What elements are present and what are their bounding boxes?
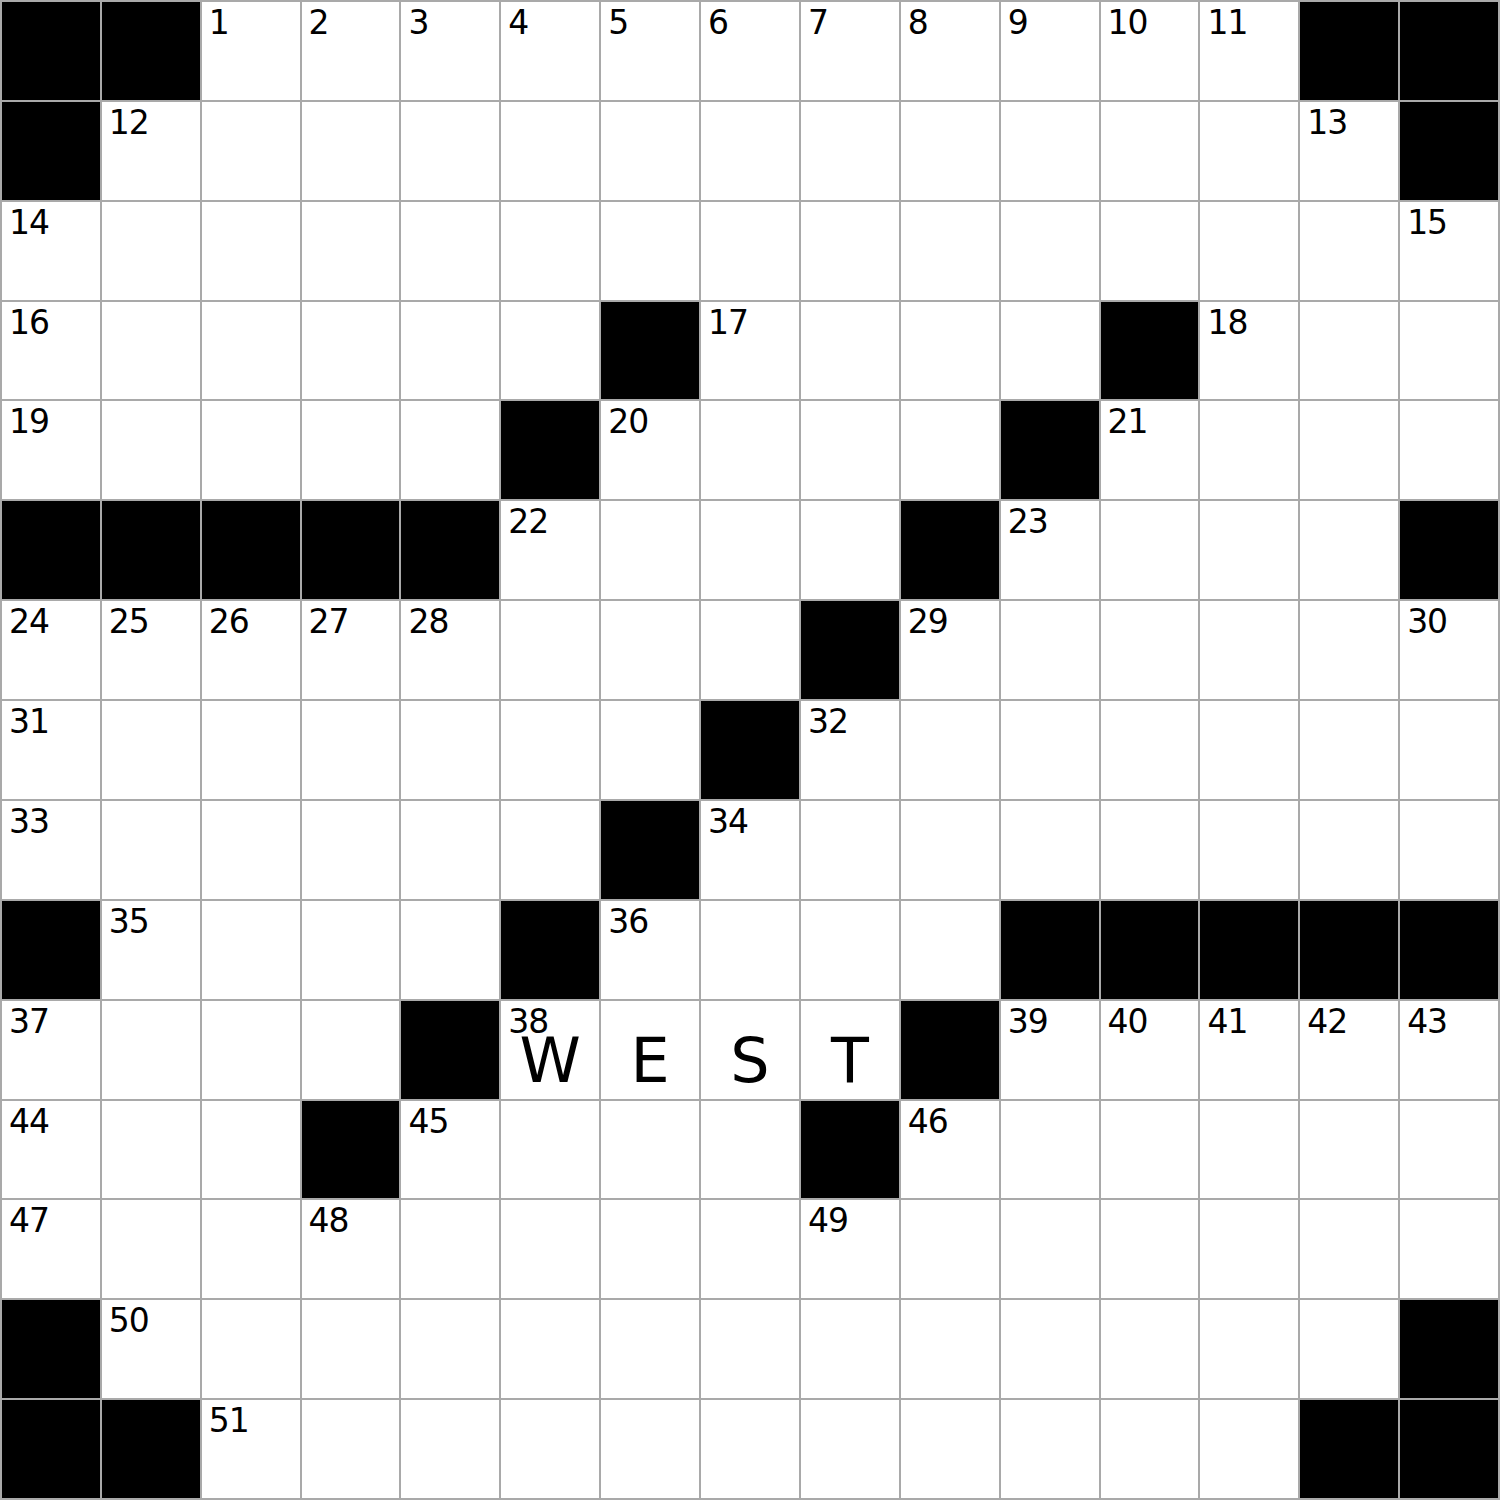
grid-cell-r3c5[interactable] xyxy=(501,302,599,400)
grid-cell-r9c6[interactable]: 36 xyxy=(601,901,699,999)
grid-cell-r13c8[interactable] xyxy=(801,1300,899,1398)
grid-cell-r5c6[interactable] xyxy=(601,501,699,599)
cell-letter: T xyxy=(801,1023,899,1099)
grid-cell-r9c3[interactable] xyxy=(302,901,400,999)
clue-number: 40 xyxy=(1108,1005,1148,1040)
grid-cell-r3c7[interactable]: 17 xyxy=(701,302,799,400)
grid-cell-r6c3[interactable]: 27 xyxy=(302,601,400,699)
grid-cell-r5c7[interactable] xyxy=(701,501,799,599)
clue-number: 43 xyxy=(1407,1005,1447,1040)
clue-number: 31 xyxy=(9,705,49,740)
grid-cell-r0c6[interactable]: 5 xyxy=(601,2,699,100)
black-cell-r9c14 xyxy=(1400,901,1498,999)
grid-cell-r14c12[interactable] xyxy=(1200,1400,1298,1498)
grid-cell-r0c2[interactable]: 1 xyxy=(202,2,300,100)
black-cell-r14c0 xyxy=(2,1400,100,1498)
black-cell-r10c4 xyxy=(401,1001,499,1099)
grid-cell-r3c3[interactable] xyxy=(302,302,400,400)
grid-cell-r13c9[interactable] xyxy=(901,1300,999,1398)
grid-cell-r5c5[interactable]: 22 xyxy=(501,501,599,599)
black-cell-r9c13 xyxy=(1300,901,1398,999)
grid-cell-r8c7[interactable]: 34 xyxy=(701,801,799,899)
clue-number: 51 xyxy=(209,1404,249,1439)
black-cell-r5c1 xyxy=(102,501,200,599)
grid-cell-r2c12[interactable] xyxy=(1200,202,1298,300)
clue-number: 5 xyxy=(608,6,628,41)
clue-number: 28 xyxy=(408,605,448,640)
grid-cell-r10c7[interactable]: S xyxy=(701,1001,799,1099)
grid-cell-r6c12[interactable] xyxy=(1200,601,1298,699)
grid-cell-r3c12[interactable]: 18 xyxy=(1200,302,1298,400)
grid-cell-r7c12[interactable] xyxy=(1200,701,1298,799)
grid-cell-r10c5[interactable]: 38W xyxy=(501,1001,599,1099)
clue-number: 46 xyxy=(908,1105,948,1140)
grid-cell-r8c2[interactable] xyxy=(202,801,300,899)
grid-cell-r7c5[interactable] xyxy=(501,701,599,799)
grid-cell-r10c0[interactable]: 37 xyxy=(2,1001,100,1099)
grid-cell-r13c4[interactable] xyxy=(401,1300,499,1398)
black-cell-r9c12 xyxy=(1200,901,1298,999)
grid-cell-r11c12[interactable] xyxy=(1200,1101,1298,1199)
grid-cell-r4c14[interactable] xyxy=(1400,401,1498,499)
grid-cell-r11c5[interactable] xyxy=(501,1101,599,1199)
grid-cell-r6c4[interactable]: 28 xyxy=(401,601,499,699)
black-cell-r11c3 xyxy=(302,1101,400,1199)
clue-number: 50 xyxy=(109,1304,149,1339)
grid-cell-r12c1[interactable] xyxy=(102,1200,200,1298)
clue-number: 29 xyxy=(908,605,948,640)
clue-number: 44 xyxy=(9,1105,49,1140)
grid-cell-r2c14[interactable]: 15 xyxy=(1400,202,1498,300)
clue-number: 34 xyxy=(708,805,748,840)
grid-cell-r14c4[interactable] xyxy=(401,1400,499,1498)
grid-cell-r8c9[interactable] xyxy=(901,801,999,899)
grid-cell-r12c8[interactable]: 49 xyxy=(801,1200,899,1298)
grid-cell-r0c7[interactable]: 6 xyxy=(701,2,799,100)
clue-number: 25 xyxy=(109,605,149,640)
black-cell-r9c11 xyxy=(1101,901,1199,999)
grid-cell-r13c7[interactable] xyxy=(701,1300,799,1398)
grid-cell-r6c14[interactable]: 30 xyxy=(1400,601,1498,699)
clue-number: 41 xyxy=(1207,1005,1247,1040)
black-cell-r9c5 xyxy=(501,901,599,999)
grid-cell-r14c10[interactable] xyxy=(1001,1400,1099,1498)
grid-cell-r12c3[interactable]: 48 xyxy=(302,1200,400,1298)
grid-cell-r11c13[interactable] xyxy=(1300,1101,1398,1199)
grid-cell-r8c8[interactable] xyxy=(801,801,899,899)
grid-cell-r5c8[interactable] xyxy=(801,501,899,599)
grid-cell-r7c14[interactable] xyxy=(1400,701,1498,799)
clue-number: 6 xyxy=(708,6,728,41)
grid-cell-r3c4[interactable] xyxy=(401,302,499,400)
grid-cell-r11c9[interactable]: 46 xyxy=(901,1101,999,1199)
grid-cell-r2c5[interactable] xyxy=(501,202,599,300)
grid-cell-r7c11[interactable] xyxy=(1101,701,1199,799)
grid-cell-r12c7[interactable] xyxy=(701,1200,799,1298)
crossword-grid: 1234567891011121314151617181920212223242… xyxy=(0,0,1500,1500)
grid-cell-r3c0[interactable]: 16 xyxy=(2,302,100,400)
black-cell-r1c0 xyxy=(2,102,100,200)
grid-cell-r9c2[interactable] xyxy=(202,901,300,999)
grid-cell-r13c5[interactable] xyxy=(501,1300,599,1398)
grid-cell-r3c8[interactable] xyxy=(801,302,899,400)
black-cell-r4c5 xyxy=(501,401,599,499)
clue-number: 23 xyxy=(1008,505,1048,540)
grid-cell-r13c2[interactable] xyxy=(202,1300,300,1398)
grid-cell-r6c10[interactable] xyxy=(1001,601,1099,699)
grid-cell-r11c7[interactable] xyxy=(701,1101,799,1199)
grid-cell-r1c7[interactable] xyxy=(701,102,799,200)
clue-number: 32 xyxy=(808,705,848,740)
clue-number: 13 xyxy=(1307,106,1347,141)
grid-cell-r0c10[interactable]: 9 xyxy=(1001,2,1099,100)
clue-number: 30 xyxy=(1407,605,1447,640)
grid-cell-r4c0[interactable]: 19 xyxy=(2,401,100,499)
clue-number: 10 xyxy=(1108,6,1148,41)
grid-cell-r7c13[interactable] xyxy=(1300,701,1398,799)
black-cell-r1c14 xyxy=(1400,102,1498,200)
grid-cell-r14c2[interactable]: 51 xyxy=(202,1400,300,1498)
grid-cell-r0c3[interactable]: 2 xyxy=(302,2,400,100)
grid-cell-r1c11[interactable] xyxy=(1101,102,1199,200)
grid-cell-r1c3[interactable] xyxy=(302,102,400,200)
grid-cell-r4c8[interactable] xyxy=(801,401,899,499)
black-cell-r14c1 xyxy=(102,1400,200,1498)
grid-cell-r10c8[interactable]: T xyxy=(801,1001,899,1099)
clue-number: 9 xyxy=(1008,6,1028,41)
grid-cell-r7c2[interactable] xyxy=(202,701,300,799)
grid-cell-r10c6[interactable]: E xyxy=(601,1001,699,1099)
grid-cell-r11c1[interactable] xyxy=(102,1101,200,1199)
grid-cell-r3c9[interactable] xyxy=(901,302,999,400)
grid-cell-r5c13[interactable] xyxy=(1300,501,1398,599)
grid-cell-r9c8[interactable] xyxy=(801,901,899,999)
grid-cell-r7c3[interactable] xyxy=(302,701,400,799)
black-cell-r0c13 xyxy=(1300,2,1398,100)
clue-number: 4 xyxy=(508,6,528,41)
grid-cell-r7c0[interactable]: 31 xyxy=(2,701,100,799)
clue-number: 12 xyxy=(109,106,149,141)
grid-cell-r11c10[interactable] xyxy=(1001,1101,1099,1199)
clue-number: 27 xyxy=(309,605,349,640)
grid-cell-r10c13[interactable]: 42 xyxy=(1300,1001,1398,1099)
clue-number: 35 xyxy=(109,905,149,940)
black-cell-r3c6 xyxy=(601,302,699,400)
clue-number: 39 xyxy=(1008,1005,1048,1040)
black-cell-r10c9 xyxy=(901,1001,999,1099)
grid-cell-r7c6[interactable] xyxy=(601,701,699,799)
clue-number: 36 xyxy=(608,905,648,940)
grid-cell-r1c12[interactable] xyxy=(1200,102,1298,200)
black-cell-r14c14 xyxy=(1400,1400,1498,1498)
grid-cell-r6c0[interactable]: 24 xyxy=(2,601,100,699)
clue-number: 20 xyxy=(608,405,648,440)
grid-cell-r7c1[interactable] xyxy=(102,701,200,799)
black-cell-r5c14 xyxy=(1400,501,1498,599)
grid-cell-r9c1[interactable]: 35 xyxy=(102,901,200,999)
grid-cell-r0c8[interactable]: 7 xyxy=(801,2,899,100)
black-cell-r9c10 xyxy=(1001,901,1099,999)
grid-cell-r1c1[interactable]: 12 xyxy=(102,102,200,200)
black-cell-r8c6 xyxy=(601,801,699,899)
grid-cell-r13c3[interactable] xyxy=(302,1300,400,1398)
grid-cell-r4c9[interactable] xyxy=(901,401,999,499)
grid-cell-r14c7[interactable] xyxy=(701,1400,799,1498)
grid-cell-r9c4[interactable] xyxy=(401,901,499,999)
grid-cell-r6c13[interactable] xyxy=(1300,601,1398,699)
grid-cell-r1c2[interactable] xyxy=(202,102,300,200)
grid-cell-r2c9[interactable] xyxy=(901,202,999,300)
grid-cell-r11c0[interactable]: 44 xyxy=(2,1101,100,1199)
grid-cell-r7c10[interactable] xyxy=(1001,701,1099,799)
grid-cell-r1c9[interactable] xyxy=(901,102,999,200)
grid-cell-r8c12[interactable] xyxy=(1200,801,1298,899)
grid-cell-r12c14[interactable] xyxy=(1400,1200,1498,1298)
grid-cell-r13c10[interactable] xyxy=(1001,1300,1099,1398)
clue-number: 18 xyxy=(1207,306,1247,341)
black-cell-r5c2 xyxy=(202,501,300,599)
clue-number: 2 xyxy=(309,6,329,41)
grid-cell-r2c11[interactable] xyxy=(1101,202,1199,300)
grid-cell-r0c12[interactable]: 11 xyxy=(1200,2,1298,100)
grid-cell-r12c11[interactable] xyxy=(1101,1200,1199,1298)
grid-cell-r0c4[interactable]: 3 xyxy=(401,2,499,100)
black-cell-r7c7 xyxy=(701,701,799,799)
clue-number: 33 xyxy=(9,805,49,840)
grid-cell-r6c5[interactable] xyxy=(501,601,599,699)
grid-cell-r12c9[interactable] xyxy=(901,1200,999,1298)
grid-cell-r12c2[interactable] xyxy=(202,1200,300,1298)
grid-cell-r10c1[interactable] xyxy=(102,1001,200,1099)
grid-cell-r2c7[interactable] xyxy=(701,202,799,300)
clue-number: 37 xyxy=(9,1005,49,1040)
grid-cell-r6c6[interactable] xyxy=(601,601,699,699)
grid-cell-r14c6[interactable] xyxy=(601,1400,699,1498)
grid-cell-r11c14[interactable] xyxy=(1400,1101,1498,1199)
grid-cell-r3c2[interactable] xyxy=(202,302,300,400)
grid-cell-r12c10[interactable] xyxy=(1001,1200,1099,1298)
cell-letter: S xyxy=(701,1023,799,1099)
clue-number: 47 xyxy=(9,1204,49,1239)
grid-cell-r8c5[interactable] xyxy=(501,801,599,899)
grid-cell-r10c2[interactable] xyxy=(202,1001,300,1099)
grid-cell-r14c8[interactable] xyxy=(801,1400,899,1498)
grid-cell-r1c8[interactable] xyxy=(801,102,899,200)
grid-cell-r8c3[interactable] xyxy=(302,801,400,899)
grid-cell-r11c4[interactable]: 45 xyxy=(401,1101,499,1199)
clue-number: 14 xyxy=(9,206,49,241)
grid-cell-r7c8[interactable]: 32 xyxy=(801,701,899,799)
grid-cell-r2c6[interactable] xyxy=(601,202,699,300)
grid-cell-r5c11[interactable] xyxy=(1101,501,1199,599)
black-cell-r13c14 xyxy=(1400,1300,1498,1398)
clue-number: 26 xyxy=(209,605,249,640)
grid-cell-r3c14[interactable] xyxy=(1400,302,1498,400)
clue-number: 19 xyxy=(9,405,49,440)
clue-number: 11 xyxy=(1207,6,1247,41)
grid-cell-r2c3[interactable] xyxy=(302,202,400,300)
black-cell-r13c0 xyxy=(2,1300,100,1398)
black-cell-r11c8 xyxy=(801,1101,899,1199)
cell-letter: W xyxy=(501,1023,599,1099)
grid-cell-r13c13[interactable] xyxy=(1300,1300,1398,1398)
grid-cell-r12c12[interactable] xyxy=(1200,1200,1298,1298)
black-cell-r0c0 xyxy=(2,2,100,100)
clue-number: 42 xyxy=(1307,1005,1347,1040)
grid-cell-r1c5[interactable] xyxy=(501,102,599,200)
grid-cell-r2c1[interactable] xyxy=(102,202,200,300)
grid-cell-r14c5[interactable] xyxy=(501,1400,599,1498)
black-cell-r5c3 xyxy=(302,501,400,599)
grid-cell-r1c13[interactable]: 13 xyxy=(1300,102,1398,200)
grid-cell-r12c5[interactable] xyxy=(501,1200,599,1298)
grid-cell-r12c6[interactable] xyxy=(601,1200,699,1298)
grid-cell-r11c6[interactable] xyxy=(601,1101,699,1199)
grid-cell-r14c9[interactable] xyxy=(901,1400,999,1498)
grid-cell-r4c12[interactable] xyxy=(1200,401,1298,499)
grid-cell-r12c0[interactable]: 47 xyxy=(2,1200,100,1298)
clue-number: 17 xyxy=(708,306,748,341)
grid-cell-r12c4[interactable] xyxy=(401,1200,499,1298)
grid-cell-r4c2[interactable] xyxy=(202,401,300,499)
grid-cell-r2c2[interactable] xyxy=(202,202,300,300)
clue-number: 49 xyxy=(808,1204,848,1239)
grid-cell-r3c13[interactable] xyxy=(1300,302,1398,400)
grid-cell-r6c11[interactable] xyxy=(1101,601,1199,699)
cell-letter: E xyxy=(601,1023,699,1099)
grid-cell-r10c3[interactable] xyxy=(302,1001,400,1099)
clue-number: 21 xyxy=(1108,405,1148,440)
grid-cell-r3c1[interactable] xyxy=(102,302,200,400)
clue-number: 22 xyxy=(508,505,548,540)
clue-number: 1 xyxy=(209,6,229,41)
grid-cell-r6c9[interactable]: 29 xyxy=(901,601,999,699)
grid-cell-r2c10[interactable] xyxy=(1001,202,1099,300)
grid-cell-r7c9[interactable] xyxy=(901,701,999,799)
grid-cell-r11c11[interactable] xyxy=(1101,1101,1199,1199)
grid-cell-r1c4[interactable] xyxy=(401,102,499,200)
grid-cell-r10c10[interactable]: 39 xyxy=(1001,1001,1099,1099)
grid-cell-r11c2[interactable] xyxy=(202,1101,300,1199)
clue-number: 7 xyxy=(808,6,828,41)
grid-cell-r14c11[interactable] xyxy=(1101,1400,1199,1498)
grid-cell-r3c10[interactable] xyxy=(1001,302,1099,400)
clue-number: 16 xyxy=(9,306,49,341)
black-cell-r9c0 xyxy=(2,901,100,999)
grid-cell-r4c7[interactable] xyxy=(701,401,799,499)
black-cell-r5c9 xyxy=(901,501,999,599)
black-cell-r5c4 xyxy=(401,501,499,599)
grid-cell-r5c10[interactable]: 23 xyxy=(1001,501,1099,599)
grid-cell-r13c12[interactable] xyxy=(1200,1300,1298,1398)
grid-cell-r13c11[interactable] xyxy=(1101,1300,1199,1398)
clue-number: 48 xyxy=(309,1204,349,1239)
grid-cell-r4c11[interactable]: 21 xyxy=(1101,401,1199,499)
grid-cell-r1c10[interactable] xyxy=(1001,102,1099,200)
grid-cell-r8c10[interactable] xyxy=(1001,801,1099,899)
grid-cell-r13c6[interactable] xyxy=(601,1300,699,1398)
grid-cell-r0c9[interactable]: 8 xyxy=(901,2,999,100)
black-cell-r14c13 xyxy=(1300,1400,1398,1498)
grid-cell-r8c1[interactable] xyxy=(102,801,200,899)
grid-cell-r1c6[interactable] xyxy=(601,102,699,200)
grid-cell-r2c13[interactable] xyxy=(1300,202,1398,300)
black-cell-r6c8 xyxy=(801,601,899,699)
grid-cell-r13c1[interactable]: 50 xyxy=(102,1300,200,1398)
grid-cell-r4c3[interactable] xyxy=(302,401,400,499)
clue-number: 24 xyxy=(9,605,49,640)
clue-number: 8 xyxy=(908,6,928,41)
grid-cell-r8c11[interactable] xyxy=(1101,801,1199,899)
grid-cell-r8c13[interactable] xyxy=(1300,801,1398,899)
grid-cell-r8c14[interactable] xyxy=(1400,801,1498,899)
grid-cell-r12c13[interactable] xyxy=(1300,1200,1398,1298)
grid-cell-r14c3[interactable] xyxy=(302,1400,400,1498)
black-cell-r3c11 xyxy=(1101,302,1199,400)
grid-cell-r6c1[interactable]: 25 xyxy=(102,601,200,699)
grid-cell-r2c8[interactable] xyxy=(801,202,899,300)
grid-cell-r7c4[interactable] xyxy=(401,701,499,799)
grid-cell-r8c4[interactable] xyxy=(401,801,499,899)
clue-number: 3 xyxy=(408,6,428,41)
black-cell-r0c14 xyxy=(1400,2,1498,100)
grid-cell-r10c14[interactable]: 43 xyxy=(1400,1001,1498,1099)
grid-cell-r2c4[interactable] xyxy=(401,202,499,300)
black-cell-r5c0 xyxy=(2,501,100,599)
grid-cell-r4c1[interactable] xyxy=(102,401,200,499)
black-cell-r0c1 xyxy=(102,2,200,100)
clue-number: 15 xyxy=(1407,206,1447,241)
grid-cell-r5c12[interactable] xyxy=(1200,501,1298,599)
grid-cell-r10c11[interactable]: 40 xyxy=(1101,1001,1199,1099)
black-cell-r4c10 xyxy=(1001,401,1099,499)
grid-cell-r4c6[interactable]: 20 xyxy=(601,401,699,499)
grid-cell-r2c0[interactable]: 14 xyxy=(2,202,100,300)
grid-cell-r9c7[interactable] xyxy=(701,901,799,999)
grid-cell-r6c2[interactable]: 26 xyxy=(202,601,300,699)
grid-cell-r8c0[interactable]: 33 xyxy=(2,801,100,899)
grid-cell-r10c12[interactable]: 41 xyxy=(1200,1001,1298,1099)
grid-cell-r4c4[interactable] xyxy=(401,401,499,499)
grid-cell-r4c13[interactable] xyxy=(1300,401,1398,499)
grid-cell-r6c7[interactable] xyxy=(701,601,799,699)
grid-cell-r0c5[interactable]: 4 xyxy=(501,2,599,100)
clue-number: 45 xyxy=(408,1105,448,1140)
grid-cell-r0c11[interactable]: 10 xyxy=(1101,2,1199,100)
grid-cell-r9c9[interactable] xyxy=(901,901,999,999)
